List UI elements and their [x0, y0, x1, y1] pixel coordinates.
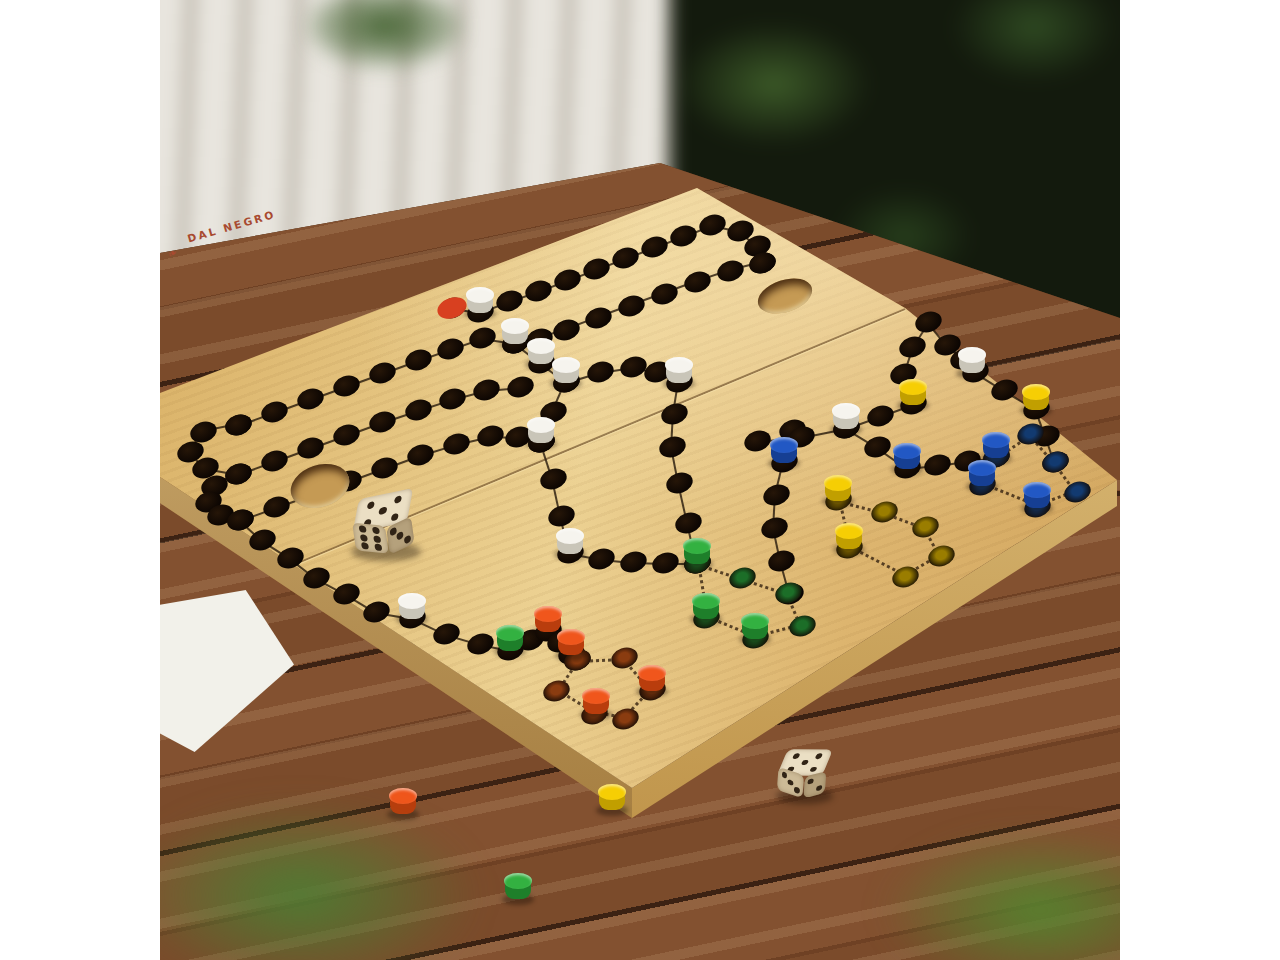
peg-yellow-top	[835, 523, 863, 539]
peg-yellow-top	[1022, 384, 1050, 400]
board-hole	[921, 451, 953, 479]
peg-white-top	[501, 318, 529, 334]
die-pip	[781, 771, 787, 779]
board-hole	[638, 233, 670, 261]
board-hole	[925, 542, 957, 570]
die-pip	[361, 542, 369, 550]
peg-blue-top	[893, 443, 921, 459]
peg-green-top	[496, 625, 524, 641]
board-hole	[786, 612, 818, 640]
die-pip	[391, 512, 399, 521]
board-hole	[615, 292, 647, 320]
board-hole	[988, 376, 1020, 404]
die-pip	[816, 784, 822, 791]
die-pip	[394, 495, 402, 504]
board-hole	[609, 244, 641, 272]
peg-orange-top	[557, 629, 585, 645]
wooden-die	[349, 489, 422, 562]
peg-white-top	[527, 338, 555, 354]
peg-white-top	[556, 528, 584, 544]
board-hole	[912, 308, 944, 336]
peg-blue-top	[1023, 482, 1051, 498]
board-hole	[366, 359, 398, 387]
die-pip	[801, 760, 809, 766]
peg-green-top	[683, 538, 711, 554]
peg-white-top	[832, 403, 860, 419]
peg-blue-top	[982, 432, 1010, 448]
die-pip	[375, 543, 383, 551]
board-hole	[648, 280, 680, 308]
board-hole	[430, 620, 462, 648]
die-pip	[372, 526, 380, 534]
photo-scene: ❧ DAL NEGRO	[160, 0, 1120, 960]
board-hole	[741, 427, 773, 455]
board-hole	[760, 481, 792, 509]
board-hole	[868, 498, 900, 526]
die-pip	[367, 500, 375, 509]
board-hole	[714, 257, 746, 285]
board-hole	[402, 396, 434, 424]
board-hole	[765, 547, 797, 575]
board-hole	[330, 372, 362, 400]
board-hole	[609, 705, 641, 733]
die-pip	[379, 506, 387, 515]
board-hole	[493, 287, 525, 315]
die-pip	[359, 525, 367, 533]
board-hole	[470, 376, 502, 404]
peg-white-top	[466, 287, 494, 303]
peg-white-top	[958, 347, 986, 363]
board-hole	[330, 421, 362, 449]
board-hole	[300, 564, 332, 592]
board-hole	[726, 564, 758, 592]
board-hole	[672, 509, 704, 537]
peg-orange-top	[582, 688, 610, 704]
board-hole	[658, 400, 690, 428]
board-hole	[896, 333, 928, 361]
peg-green-top	[692, 593, 720, 609]
peg-white-top	[398, 593, 426, 609]
die-pip	[810, 766, 818, 772]
board-hole	[537, 465, 569, 493]
board-hole	[667, 222, 699, 250]
board-hole	[551, 266, 583, 294]
wooden-die	[776, 747, 832, 803]
board-hole	[656, 433, 688, 461]
board-hole	[585, 545, 617, 573]
board-hole	[464, 630, 496, 658]
board-hole	[909, 513, 941, 541]
board-hole	[294, 385, 326, 413]
die-pip	[787, 778, 793, 786]
board-hole	[294, 434, 326, 462]
board-hole	[434, 335, 466, 363]
red-start-dot	[435, 294, 470, 323]
die-pip	[360, 533, 368, 541]
peg-blue-top	[968, 460, 996, 476]
board-hole	[402, 346, 434, 374]
die-pip	[808, 778, 814, 785]
peg-yellow-top	[598, 784, 626, 800]
peg-yellow-top	[899, 379, 927, 395]
die-pip	[815, 753, 823, 759]
board-hole	[540, 677, 572, 705]
board-hole	[368, 454, 400, 482]
board-hole	[584, 358, 616, 386]
board-hole	[474, 422, 506, 450]
board-hole	[582, 304, 614, 332]
finger-hole	[753, 272, 816, 320]
board-hole	[366, 408, 398, 436]
board-hole	[466, 324, 498, 352]
die-pip	[792, 753, 800, 759]
die-pip	[374, 535, 382, 543]
peg-white-top	[552, 357, 580, 373]
board-hole	[258, 447, 290, 475]
peg-yellow-top	[824, 475, 852, 491]
peg-white-top	[527, 417, 555, 433]
die-pip	[404, 533, 412, 543]
board-hole	[440, 430, 472, 458]
board-hole	[617, 548, 649, 576]
board-hole	[436, 385, 468, 413]
board-hole	[330, 580, 362, 608]
peg-white-top	[665, 357, 693, 373]
board-hole	[404, 441, 436, 469]
board-hole	[260, 493, 292, 521]
board-hole	[663, 469, 695, 497]
die-pip	[794, 786, 800, 794]
board-hole	[580, 255, 612, 283]
peg-green-top	[741, 613, 769, 629]
board-hole	[258, 398, 290, 426]
board-hole	[772, 579, 804, 607]
peg-green-top	[504, 873, 532, 889]
board-hole	[360, 598, 392, 626]
peg-orange-top	[534, 606, 562, 622]
board-hole	[545, 502, 577, 530]
board-hole	[681, 268, 713, 296]
board-hole	[696, 211, 728, 239]
finger-hole	[285, 457, 355, 515]
board-hole	[608, 644, 640, 672]
board-hole	[222, 411, 254, 439]
board-hole	[504, 373, 536, 401]
peg-orange-top	[638, 665, 666, 681]
peg-orange-top	[389, 788, 417, 804]
board-hole	[649, 549, 681, 577]
board-hole	[522, 277, 554, 305]
board-hole	[550, 316, 582, 344]
board-hole	[864, 402, 896, 430]
board-hole	[758, 514, 790, 542]
peg-blue-top	[770, 437, 798, 453]
